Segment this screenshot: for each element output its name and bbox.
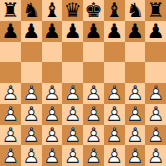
square-h8[interactable]: ♜ [145,0,166,21]
square-h2[interactable]: ♟♙ [145,125,166,146]
white-pawn-fill-glyph: ♟ [62,125,83,146]
white-pawn-fill-glyph: ♟ [83,104,104,125]
white-pawn-outline-glyph: ♙ [21,125,42,146]
piece-white-pawn[interactable]: ♟♙ [145,83,166,104]
black-pawn-glyph: ♟ [21,21,42,42]
white-pawn-fill-glyph: ♟ [145,83,166,104]
piece-white-pawn[interactable]: ♟♙ [145,125,166,146]
white-pawn-fill-glyph: ♟ [0,125,21,146]
white-pawn-outline-glyph: ♙ [83,104,104,125]
square-f1[interactable]: ♟♙ [104,145,125,166]
piece-white-pawn[interactable]: ♟♙ [125,83,146,104]
piece-white-pawn[interactable]: ♟♙ [21,83,42,104]
black-rook-glyph: ♜ [145,0,166,21]
white-pawn-fill-glyph: ♟ [21,125,42,146]
white-pawn-outline-glyph: ♙ [42,145,63,166]
white-pawn-fill-glyph: ♟ [125,83,146,104]
piece-white-pawn[interactable]: ♟♙ [62,83,83,104]
square-f6[interactable] [104,42,125,63]
piece-white-pawn[interactable]: ♟♙ [104,145,125,166]
square-b1[interactable]: ♟♙ [21,145,42,166]
white-pawn-fill-glyph: ♟ [145,104,166,125]
square-g5[interactable] [125,62,146,83]
piece-black-king[interactable]: ♚ [83,0,104,21]
piece-white-pawn[interactable]: ♟♙ [83,145,104,166]
white-pawn-fill-glyph: ♟ [62,83,83,104]
piece-black-bishop[interactable]: ♝ [104,0,125,21]
piece-white-pawn[interactable]: ♟♙ [0,145,21,166]
piece-white-pawn[interactable]: ♟♙ [145,104,166,125]
white-pawn-fill-glyph: ♟ [125,145,146,166]
white-pawn-fill-glyph: ♟ [42,83,63,104]
white-pawn-fill-glyph: ♟ [0,145,21,166]
white-pawn-outline-glyph: ♙ [83,145,104,166]
black-king-glyph: ♚ [83,0,104,21]
square-c4[interactable]: ♟♙ [42,83,63,104]
chess-board: ♜♞♝♛♚♝♞♜♟♟♟♟♟♟♟♟♟♙♟♙♟♙♟♙♟♙♟♙♟♙♟♙♟♙♟♙♟♙♟♙… [0,0,166,166]
square-b8[interactable]: ♞ [21,0,42,21]
black-bishop-glyph: ♝ [104,0,125,21]
piece-white-pawn[interactable]: ♟♙ [83,104,104,125]
square-c2[interactable]: ♟♙ [42,125,63,146]
square-e1[interactable]: ♟♙ [83,145,104,166]
white-pawn-outline-glyph: ♙ [0,125,21,146]
white-pawn-outline-glyph: ♙ [21,104,42,125]
piece-black-knight[interactable]: ♞ [125,0,146,21]
square-d4[interactable]: ♟♙ [62,83,83,104]
square-g6[interactable] [125,42,146,63]
white-pawn-outline-glyph: ♙ [125,125,146,146]
square-g8[interactable]: ♞ [125,0,146,21]
white-pawn-fill-glyph: ♟ [42,125,63,146]
black-pawn-glyph: ♟ [145,21,166,42]
white-pawn-fill-glyph: ♟ [125,125,146,146]
piece-white-pawn[interactable]: ♟♙ [0,104,21,125]
square-c5[interactable] [42,62,63,83]
black-pawn-glyph: ♟ [104,21,125,42]
piece-white-pawn[interactable]: ♟♙ [42,145,63,166]
black-knight-glyph: ♞ [21,0,42,21]
square-d8[interactable]: ♛ [62,0,83,21]
white-pawn-outline-glyph: ♙ [42,125,63,146]
piece-white-pawn[interactable]: ♟♙ [21,104,42,125]
white-pawn-outline-glyph: ♙ [104,83,125,104]
square-a4[interactable]: ♟♙ [0,83,21,104]
square-d7[interactable]: ♟ [62,21,83,42]
square-f5[interactable] [104,62,125,83]
square-h7[interactable]: ♟ [145,21,166,42]
piece-white-pawn[interactable]: ♟♙ [125,104,146,125]
piece-black-pawn[interactable]: ♟ [125,21,146,42]
square-h4[interactable]: ♟♙ [145,83,166,104]
square-e6[interactable] [83,42,104,63]
square-h6[interactable] [145,42,166,63]
white-pawn-outline-glyph: ♙ [104,145,125,166]
white-pawn-outline-glyph: ♙ [62,145,83,166]
piece-black-bishop[interactable]: ♝ [42,0,63,21]
square-g2[interactable]: ♟♙ [125,125,146,146]
white-pawn-fill-glyph: ♟ [83,125,104,146]
white-pawn-fill-glyph: ♟ [104,104,125,125]
square-b6[interactable] [21,42,42,63]
white-pawn-outline-glyph: ♙ [42,104,63,125]
square-a3[interactable]: ♟♙ [0,104,21,125]
square-d1[interactable]: ♟♙ [62,145,83,166]
piece-white-pawn[interactable]: ♟♙ [62,104,83,125]
piece-black-pawn[interactable]: ♟ [62,21,83,42]
white-pawn-outline-glyph: ♙ [0,83,21,104]
black-pawn-glyph: ♟ [42,21,63,42]
piece-white-pawn[interactable]: ♟♙ [125,145,146,166]
piece-white-pawn[interactable]: ♟♙ [145,145,166,166]
square-a2[interactable]: ♟♙ [0,125,21,146]
square-h3[interactable]: ♟♙ [145,104,166,125]
white-pawn-outline-glyph: ♙ [0,104,21,125]
white-pawn-outline-glyph: ♙ [0,145,21,166]
square-a8[interactable]: ♜ [0,0,21,21]
square-h1[interactable]: ♟♙ [145,145,166,166]
black-queen-glyph: ♛ [62,0,83,21]
white-pawn-outline-glyph: ♙ [104,125,125,146]
square-b3[interactable]: ♟♙ [21,104,42,125]
piece-white-pawn[interactable]: ♟♙ [62,145,83,166]
white-pawn-outline-glyph: ♙ [83,125,104,146]
square-e5[interactable] [83,62,104,83]
piece-black-pawn[interactable]: ♟ [104,21,125,42]
piece-white-pawn[interactable]: ♟♙ [21,145,42,166]
square-b5[interactable] [21,62,42,83]
piece-black-knight[interactable]: ♞ [21,0,42,21]
square-e8[interactable]: ♚ [83,0,104,21]
white-pawn-outline-glyph: ♙ [145,83,166,104]
white-pawn-fill-glyph: ♟ [62,104,83,125]
square-g4[interactable]: ♟♙ [125,83,146,104]
white-pawn-outline-glyph: ♙ [145,125,166,146]
square-d3[interactable]: ♟♙ [62,104,83,125]
piece-black-pawn[interactable]: ♟ [83,21,104,42]
square-c7[interactable]: ♟ [42,21,63,42]
square-d2[interactable]: ♟♙ [62,125,83,146]
white-pawn-fill-glyph: ♟ [104,125,125,146]
square-g1[interactable]: ♟♙ [125,145,146,166]
white-pawn-outline-glyph: ♙ [145,104,166,125]
square-f8[interactable]: ♝ [104,0,125,21]
square-e3[interactable]: ♟♙ [83,104,104,125]
white-pawn-fill-glyph: ♟ [145,125,166,146]
white-pawn-outline-glyph: ♙ [104,104,125,125]
black-pawn-glyph: ♟ [62,21,83,42]
square-b4[interactable]: ♟♙ [21,83,42,104]
piece-white-pawn[interactable]: ♟♙ [62,125,83,146]
white-pawn-fill-glyph: ♟ [0,104,21,125]
square-e4[interactable]: ♟♙ [83,83,104,104]
square-a5[interactable] [0,62,21,83]
white-pawn-outline-glyph: ♙ [62,104,83,125]
square-a7[interactable]: ♟ [0,21,21,42]
square-d6[interactable] [62,42,83,63]
piece-white-pawn[interactable]: ♟♙ [0,83,21,104]
black-pawn-glyph: ♟ [0,21,21,42]
white-pawn-fill-glyph: ♟ [125,104,146,125]
piece-black-pawn[interactable]: ♟ [0,21,21,42]
white-pawn-fill-glyph: ♟ [104,145,125,166]
piece-black-rook[interactable]: ♜ [145,0,166,21]
piece-black-pawn[interactable]: ♟ [145,21,166,42]
piece-white-pawn[interactable]: ♟♙ [42,125,63,146]
white-pawn-outline-glyph: ♙ [42,83,63,104]
square-g3[interactable]: ♟♙ [125,104,146,125]
white-pawn-fill-glyph: ♟ [42,104,63,125]
white-pawn-fill-glyph: ♟ [83,145,104,166]
white-pawn-outline-glyph: ♙ [125,145,146,166]
square-e2[interactable]: ♟♙ [83,125,104,146]
square-f4[interactable]: ♟♙ [104,83,125,104]
white-pawn-fill-glyph: ♟ [104,83,125,104]
white-pawn-outline-glyph: ♙ [21,83,42,104]
white-pawn-outline-glyph: ♙ [125,83,146,104]
square-c6[interactable] [42,42,63,63]
piece-white-pawn[interactable]: ♟♙ [104,83,125,104]
white-pawn-outline-glyph: ♙ [125,104,146,125]
square-a1[interactable]: ♟♙ [0,145,21,166]
white-pawn-fill-glyph: ♟ [0,83,21,104]
piece-white-pawn[interactable]: ♟♙ [42,104,63,125]
black-rook-glyph: ♜ [0,0,21,21]
piece-white-pawn[interactable]: ♟♙ [83,83,104,104]
white-pawn-outline-glyph: ♙ [21,145,42,166]
square-g7[interactable]: ♟ [125,21,146,42]
square-h5[interactable] [145,62,166,83]
white-pawn-fill-glyph: ♟ [62,145,83,166]
white-pawn-outline-glyph: ♙ [62,83,83,104]
square-c8[interactable]: ♝ [42,0,63,21]
piece-black-pawn[interactable]: ♟ [21,21,42,42]
piece-black-pawn[interactable]: ♟ [42,21,63,42]
square-e7[interactable]: ♟ [83,21,104,42]
white-pawn-outline-glyph: ♙ [62,125,83,146]
piece-white-pawn[interactable]: ♟♙ [104,125,125,146]
white-pawn-fill-glyph: ♟ [21,83,42,104]
piece-white-pawn[interactable]: ♟♙ [83,125,104,146]
square-c1[interactable]: ♟♙ [42,145,63,166]
piece-white-pawn[interactable]: ♟♙ [42,83,63,104]
black-knight-glyph: ♞ [125,0,146,21]
square-a6[interactable] [0,42,21,63]
black-pawn-glyph: ♟ [125,21,146,42]
square-f7[interactable]: ♟ [104,21,125,42]
piece-white-pawn[interactable]: ♟♙ [21,125,42,146]
piece-black-queen[interactable]: ♛ [62,0,83,21]
square-d5[interactable] [62,62,83,83]
piece-white-pawn[interactable]: ♟♙ [125,125,146,146]
white-pawn-fill-glyph: ♟ [21,145,42,166]
white-pawn-outline-glyph: ♙ [83,83,104,104]
black-pawn-glyph: ♟ [83,21,104,42]
white-pawn-fill-glyph: ♟ [21,104,42,125]
square-b2[interactable]: ♟♙ [21,125,42,146]
white-pawn-outline-glyph: ♙ [145,145,166,166]
square-b7[interactable]: ♟ [21,21,42,42]
square-f3[interactable]: ♟♙ [104,104,125,125]
black-bishop-glyph: ♝ [42,0,63,21]
white-pawn-fill-glyph: ♟ [42,145,63,166]
white-pawn-fill-glyph: ♟ [145,145,166,166]
piece-white-pawn[interactable]: ♟♙ [0,125,21,146]
square-c3[interactable]: ♟♙ [42,104,63,125]
piece-white-pawn[interactable]: ♟♙ [104,104,125,125]
piece-black-rook[interactable]: ♜ [0,0,21,21]
square-f2[interactable]: ♟♙ [104,125,125,146]
white-pawn-fill-glyph: ♟ [83,83,104,104]
